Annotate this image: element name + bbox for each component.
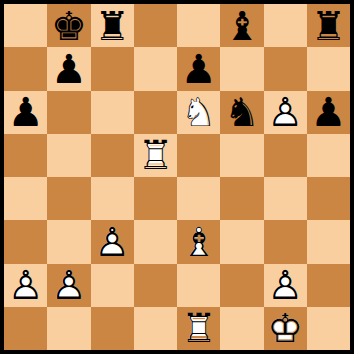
square-h2[interactable] bbox=[307, 264, 350, 307]
square-b3[interactable] bbox=[47, 220, 90, 263]
square-a7[interactable] bbox=[4, 47, 47, 90]
square-d4[interactable] bbox=[134, 177, 177, 220]
square-h7[interactable] bbox=[307, 47, 350, 90]
square-f6[interactable]: ♞ bbox=[220, 91, 263, 134]
square-f5[interactable] bbox=[220, 134, 263, 177]
square-h5[interactable] bbox=[307, 134, 350, 177]
square-d7[interactable] bbox=[134, 47, 177, 90]
square-g6[interactable]: ♟♙ bbox=[264, 91, 307, 134]
square-h1[interactable] bbox=[307, 307, 350, 350]
white-pawn: ♟♙ bbox=[4, 264, 47, 307]
square-f3[interactable] bbox=[220, 220, 263, 263]
square-e8[interactable] bbox=[177, 4, 220, 47]
square-c4[interactable] bbox=[91, 177, 134, 220]
square-f2[interactable] bbox=[220, 264, 263, 307]
black-rook: ♜ bbox=[307, 4, 350, 47]
square-d3[interactable] bbox=[134, 220, 177, 263]
square-d2[interactable] bbox=[134, 264, 177, 307]
square-b8[interactable]: ♚ bbox=[47, 4, 90, 47]
square-h3[interactable] bbox=[307, 220, 350, 263]
square-c3[interactable]: ♟♙ bbox=[91, 220, 134, 263]
black-bishop: ♝ bbox=[220, 4, 263, 47]
square-a3[interactable] bbox=[4, 220, 47, 263]
square-f4[interactable] bbox=[220, 177, 263, 220]
square-g8[interactable] bbox=[264, 4, 307, 47]
white-pawn: ♟♙ bbox=[47, 264, 90, 307]
square-c8[interactable]: ♜ bbox=[91, 4, 134, 47]
square-b5[interactable] bbox=[47, 134, 90, 177]
square-f8[interactable]: ♝ bbox=[220, 4, 263, 47]
square-d1[interactable] bbox=[134, 307, 177, 350]
square-c1[interactable] bbox=[91, 307, 134, 350]
chess-board-frame: ♚♜♝♜♟♟♟♞♘♞♟♙♟♜♖♟♙♝♗♟♙♟♙♟♙♜♖♚♔ bbox=[0, 0, 354, 354]
square-a2[interactable]: ♟♙ bbox=[4, 264, 47, 307]
white-pawn: ♟♙ bbox=[91, 220, 134, 263]
square-h8[interactable]: ♜ bbox=[307, 4, 350, 47]
square-a5[interactable] bbox=[4, 134, 47, 177]
square-f1[interactable] bbox=[220, 307, 263, 350]
square-e3[interactable]: ♝♗ bbox=[177, 220, 220, 263]
black-pawn: ♟ bbox=[47, 47, 90, 90]
white-king: ♚♔ bbox=[264, 307, 307, 350]
square-f7[interactable] bbox=[220, 47, 263, 90]
square-e4[interactable] bbox=[177, 177, 220, 220]
black-king: ♚ bbox=[47, 4, 90, 47]
white-pawn: ♟♙ bbox=[264, 264, 307, 307]
square-e6[interactable]: ♞♘ bbox=[177, 91, 220, 134]
square-c2[interactable] bbox=[91, 264, 134, 307]
square-b2[interactable]: ♟♙ bbox=[47, 264, 90, 307]
square-a4[interactable] bbox=[4, 177, 47, 220]
black-rook: ♜ bbox=[91, 4, 134, 47]
square-h6[interactable]: ♟ bbox=[307, 91, 350, 134]
square-e5[interactable] bbox=[177, 134, 220, 177]
square-d6[interactable] bbox=[134, 91, 177, 134]
white-pawn: ♟♙ bbox=[264, 91, 307, 134]
square-b7[interactable]: ♟ bbox=[47, 47, 90, 90]
chess-board: ♚♜♝♜♟♟♟♞♘♞♟♙♟♜♖♟♙♝♗♟♙♟♙♟♙♜♖♚♔ bbox=[4, 4, 350, 350]
square-d5[interactable]: ♜♖ bbox=[134, 134, 177, 177]
black-knight: ♞ bbox=[220, 91, 263, 134]
square-c7[interactable] bbox=[91, 47, 134, 90]
square-g4[interactable] bbox=[264, 177, 307, 220]
square-a6[interactable]: ♟ bbox=[4, 91, 47, 134]
square-e7[interactable]: ♟ bbox=[177, 47, 220, 90]
square-b1[interactable] bbox=[47, 307, 90, 350]
square-e1[interactable]: ♜♖ bbox=[177, 307, 220, 350]
square-h4[interactable] bbox=[307, 177, 350, 220]
square-g2[interactable]: ♟♙ bbox=[264, 264, 307, 307]
white-bishop: ♝♗ bbox=[177, 220, 220, 263]
square-d8[interactable] bbox=[134, 4, 177, 47]
square-c5[interactable] bbox=[91, 134, 134, 177]
white-knight: ♞♘ bbox=[177, 91, 220, 134]
square-b4[interactable] bbox=[47, 177, 90, 220]
square-a1[interactable] bbox=[4, 307, 47, 350]
black-pawn: ♟ bbox=[4, 91, 47, 134]
white-rook: ♜♖ bbox=[134, 134, 177, 177]
square-g3[interactable] bbox=[264, 220, 307, 263]
black-pawn: ♟ bbox=[307, 91, 350, 134]
square-e2[interactable] bbox=[177, 264, 220, 307]
square-g7[interactable] bbox=[264, 47, 307, 90]
square-g1[interactable]: ♚♔ bbox=[264, 307, 307, 350]
white-rook: ♜♖ bbox=[177, 307, 220, 350]
square-b6[interactable] bbox=[47, 91, 90, 134]
square-c6[interactable] bbox=[91, 91, 134, 134]
square-g5[interactable] bbox=[264, 134, 307, 177]
black-pawn: ♟ bbox=[177, 47, 220, 90]
square-a8[interactable] bbox=[4, 4, 47, 47]
